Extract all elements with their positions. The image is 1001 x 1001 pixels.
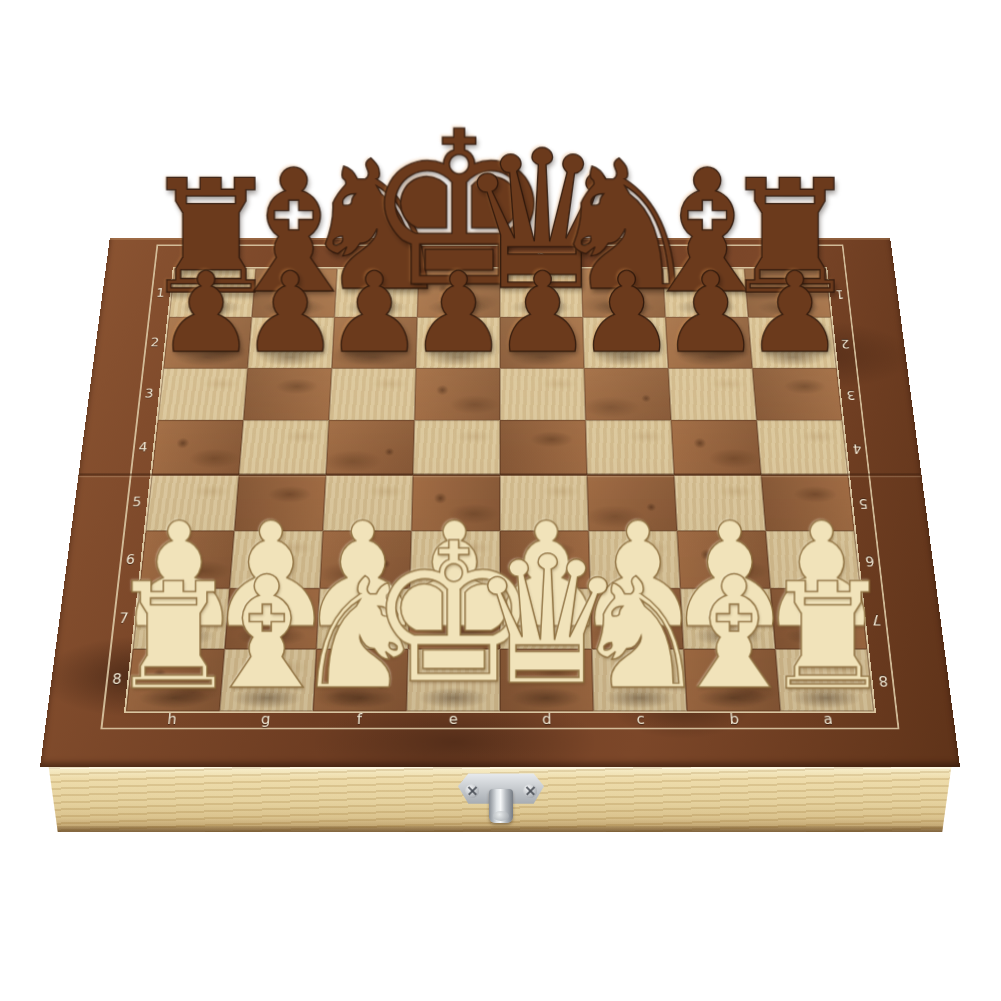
- rank-label-left-3: 3: [144, 389, 154, 400]
- square-a3: [752, 368, 842, 420]
- square-d2: ♟: [500, 318, 584, 369]
- rank-label-right-8: 8: [878, 673, 889, 686]
- file-label-bottom-c: c: [636, 713, 645, 727]
- rank-label-right-7: 7: [871, 612, 882, 625]
- rank-label-left-8: 8: [111, 673, 122, 686]
- clasp-latch: [458, 769, 544, 829]
- square-e4: [413, 421, 500, 475]
- file-label-bottom-e: e: [448, 713, 457, 727]
- square-a4: [757, 421, 848, 475]
- square-f4: [326, 421, 415, 475]
- clasp-pin: [489, 789, 513, 823]
- file-label-top-b: b: [698, 251, 707, 261]
- square-e3: [414, 368, 500, 420]
- square-g4: [239, 421, 329, 475]
- board-fold-seam: [78, 473, 921, 475]
- square-f3: [329, 368, 416, 420]
- square-g2: ♟: [248, 318, 335, 369]
- file-label-bottom-g: g: [261, 713, 271, 727]
- square-c2: ♟: [583, 318, 669, 369]
- file-label-bottom-b: b: [729, 713, 739, 727]
- rank-label-right-2: 2: [840, 337, 850, 348]
- rank-label-left-7: 7: [118, 612, 129, 625]
- rank-label-right-5: 5: [858, 496, 868, 508]
- square-h2: ♟: [163, 318, 251, 369]
- rank-label-left-1: 1: [156, 288, 165, 299]
- file-label-bottom-d: d: [542, 713, 552, 727]
- square-a2: ♟: [748, 318, 836, 369]
- square-g3: [243, 368, 331, 420]
- rank-label-left-5: 5: [132, 496, 142, 508]
- rank-label-left-4: 4: [138, 442, 148, 454]
- file-label-top-c: c: [618, 251, 625, 261]
- screw-icon: [465, 784, 479, 798]
- rank-label-left-2: 2: [150, 337, 160, 348]
- square-a8: ♜: [775, 649, 874, 711]
- square-d4: [500, 421, 587, 475]
- file-label-top-d: d: [536, 251, 544, 261]
- square-h4: [152, 421, 243, 475]
- rank-label-right-1: 1: [835, 288, 844, 299]
- file-label-top-f: f: [376, 251, 381, 261]
- rank-label-right-4: 4: [852, 442, 862, 454]
- square-b3: [668, 368, 756, 420]
- product-photo: ♜♝♞♚♛♞♝♜♟♟♟♟♟♟♟♟♟♟♟♟♟♟♟♟♜♝♞♚♛♞♝♜ 1234567…: [0, 0, 1001, 1001]
- square-c4: [586, 421, 675, 475]
- square-h3: [158, 368, 248, 420]
- dark-pawn-a2: ♟: [745, 257, 844, 368]
- square-d3: [500, 368, 586, 420]
- chess-board: ♜♝♞♚♛♞♝♜♟♟♟♟♟♟♟♟♟♟♟♟♟♟♟♟♜♝♞♚♛♞♝♜ 1234567…: [40, 238, 960, 767]
- file-label-top-e: e: [455, 251, 463, 261]
- square-b2: ♟: [666, 318, 753, 369]
- light-rook-a8: ♜: [761, 563, 893, 711]
- file-label-top-h: h: [212, 251, 221, 261]
- file-label-bottom-f: f: [357, 713, 363, 727]
- board-tilt-wrapper: ♜♝♞♚♛♞♝♜♟♟♟♟♟♟♟♟♟♟♟♟♟♟♟♟♜♝♞♚♛♞♝♜ 1234567…: [40, 238, 960, 767]
- file-label-bottom-a: a: [823, 713, 833, 727]
- square-f2: ♟: [332, 318, 418, 369]
- square-c3: [584, 368, 671, 420]
- rank-label-right-6: 6: [864, 553, 874, 566]
- square-e2: ♟: [416, 318, 500, 369]
- file-label-top-g: g: [293, 251, 302, 261]
- rank-label-right-3: 3: [846, 389, 856, 400]
- rank-label-left-6: 6: [125, 553, 135, 566]
- screw-icon: [523, 784, 537, 798]
- chess-grid: ♜♝♞♚♛♞♝♜♟♟♟♟♟♟♟♟♟♟♟♟♟♟♟♟♜♝♞♚♛♞♝♜: [126, 269, 874, 712]
- square-b4: [671, 421, 761, 475]
- file-label-bottom-h: h: [167, 713, 178, 727]
- file-label-top-a: a: [779, 251, 788, 261]
